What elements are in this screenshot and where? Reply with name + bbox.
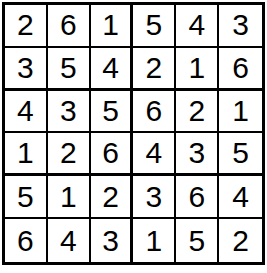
- cell-r1c5[interactable]: 4: [176, 5, 219, 48]
- cell-r6c6[interactable]: 2: [219, 219, 262, 262]
- cell-r4c6[interactable]: 5: [219, 133, 262, 176]
- cell-r6c5[interactable]: 5: [176, 219, 219, 262]
- cell-r5c5[interactable]: 6: [176, 176, 219, 219]
- cell-r6c3[interactable]: 3: [91, 219, 134, 262]
- cell-r4c2[interactable]: 2: [48, 133, 91, 176]
- cell-r5c2[interactable]: 1: [48, 176, 91, 219]
- cell-r4c5[interactable]: 3: [176, 133, 219, 176]
- sudoku-board: 261543354216435621126435512364643152: [2, 2, 265, 265]
- cell-r3c4[interactable]: 6: [133, 91, 176, 134]
- cell-r4c3[interactable]: 6: [91, 133, 134, 176]
- cell-r4c4[interactable]: 4: [133, 133, 176, 176]
- cell-r2c6[interactable]: 6: [219, 48, 262, 91]
- cell-r6c4[interactable]: 1: [133, 219, 176, 262]
- cell-r1c3[interactable]: 1: [91, 5, 134, 48]
- cell-r3c6[interactable]: 1: [219, 91, 262, 134]
- cell-r5c4[interactable]: 3: [133, 176, 176, 219]
- cell-r2c3[interactable]: 4: [91, 48, 134, 91]
- cell-r5c3[interactable]: 2: [91, 176, 134, 219]
- cell-r1c6[interactable]: 3: [219, 5, 262, 48]
- cell-r5c1[interactable]: 5: [5, 176, 48, 219]
- cell-r1c2[interactable]: 6: [48, 5, 91, 48]
- sudoku-page: 261543354216435621126435512364643152: [0, 0, 267, 273]
- cell-r1c4[interactable]: 5: [133, 5, 176, 48]
- cell-r6c2[interactable]: 4: [48, 219, 91, 262]
- cell-r5c6[interactable]: 4: [219, 176, 262, 219]
- cell-r3c2[interactable]: 3: [48, 91, 91, 134]
- cell-r4c1[interactable]: 1: [5, 133, 48, 176]
- cell-r2c4[interactable]: 2: [133, 48, 176, 91]
- cell-r2c5[interactable]: 1: [176, 48, 219, 91]
- cell-r6c1[interactable]: 6: [5, 219, 48, 262]
- cell-r1c1[interactable]: 2: [5, 5, 48, 48]
- cell-r3c5[interactable]: 2: [176, 91, 219, 134]
- cell-r2c2[interactable]: 5: [48, 48, 91, 91]
- cell-r3c3[interactable]: 5: [91, 91, 134, 134]
- cell-r3c1[interactable]: 4: [5, 91, 48, 134]
- cell-r2c1[interactable]: 3: [5, 48, 48, 91]
